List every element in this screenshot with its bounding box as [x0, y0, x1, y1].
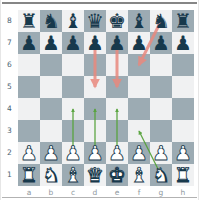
square-e1[interactable]: ♚ — [106, 164, 128, 186]
square-g4[interactable] — [150, 98, 172, 120]
square-d2[interactable]: ♟ — [84, 142, 106, 164]
square-b2[interactable]: ♟ — [40, 142, 62, 164]
rank-label-6: 6 — [1, 54, 18, 76]
square-h3[interactable] — [172, 120, 194, 142]
piece-black-pawn-f7[interactable]: ♟ — [128, 32, 150, 54]
piece-white-pawn-g2[interactable]: ♟ — [150, 142, 172, 164]
piece-white-queen-d1[interactable]: ♛ — [84, 164, 106, 186]
piece-white-knight-b1[interactable]: ♞ — [40, 164, 62, 186]
square-h8[interactable]: ♜ — [172, 10, 194, 32]
square-h1[interactable]: ♜ — [172, 164, 194, 186]
piece-white-bishop-f1[interactable]: ♝ — [128, 164, 150, 186]
square-h6[interactable] — [172, 54, 194, 76]
piece-black-pawn-c7[interactable]: ♟ — [62, 32, 84, 54]
piece-white-pawn-e2[interactable]: ♟ — [106, 142, 128, 164]
piece-white-knight-g1[interactable]: ♞ — [150, 164, 172, 186]
square-h4[interactable] — [172, 98, 194, 120]
square-b7[interactable]: ♟ — [40, 32, 62, 54]
piece-black-pawn-a7[interactable]: ♟ — [18, 32, 40, 54]
square-c3[interactable] — [62, 120, 84, 142]
piece-black-rook-a8[interactable]: ♜ — [18, 10, 40, 32]
square-d8[interactable]: ♛ — [84, 10, 106, 32]
rank-label-2: 2 — [1, 142, 18, 164]
square-d6[interactable] — [84, 54, 106, 76]
square-f6[interactable] — [128, 54, 150, 76]
square-g7[interactable]: ♟ — [150, 32, 172, 54]
square-b5[interactable] — [40, 76, 62, 98]
square-b4[interactable] — [40, 98, 62, 120]
square-h7[interactable]: ♟ — [172, 32, 194, 54]
piece-white-pawn-a2[interactable]: ♟ — [18, 142, 40, 164]
square-e4[interactable] — [106, 98, 128, 120]
piece-black-pawn-g7[interactable]: ♟ — [150, 32, 172, 54]
square-a8[interactable]: ♜ — [18, 10, 40, 32]
piece-white-rook-a1[interactable]: ♜ — [18, 164, 40, 186]
square-f5[interactable] — [128, 76, 150, 98]
square-e5[interactable] — [106, 76, 128, 98]
square-a1[interactable]: ♜ — [18, 164, 40, 186]
square-d1[interactable]: ♛ — [84, 164, 106, 186]
square-g8[interactable]: ♞ — [150, 10, 172, 32]
square-e2[interactable]: ♟ — [106, 142, 128, 164]
square-c2[interactable]: ♟ — [62, 142, 84, 164]
square-g6[interactable] — [150, 54, 172, 76]
square-f2[interactable]: ♟ — [128, 142, 150, 164]
square-f3[interactable] — [128, 120, 150, 142]
piece-black-pawn-b7[interactable]: ♟ — [40, 32, 62, 54]
square-g3[interactable] — [150, 120, 172, 142]
square-a3[interactable] — [18, 120, 40, 142]
rank-label-5: 5 — [1, 76, 18, 98]
square-c6[interactable] — [62, 54, 84, 76]
square-a7[interactable]: ♟ — [18, 32, 40, 54]
square-f1[interactable]: ♝ — [128, 164, 150, 186]
rank-label-8: 8 — [1, 10, 18, 32]
square-d4[interactable] — [84, 98, 106, 120]
square-a6[interactable] — [18, 54, 40, 76]
piece-white-pawn-f2[interactable]: ♟ — [128, 142, 150, 164]
piece-white-pawn-h2[interactable]: ♟ — [172, 142, 194, 164]
piece-black-king-e8[interactable]: ♚ — [106, 10, 128, 32]
piece-black-queen-d8[interactable]: ♛ — [84, 10, 106, 32]
square-c4[interactable] — [62, 98, 84, 120]
square-c8[interactable]: ♝ — [62, 10, 84, 32]
square-b6[interactable] — [40, 54, 62, 76]
piece-black-bishop-c8[interactable]: ♝ — [62, 10, 84, 32]
chess-board-widget: 87654321 ♜♞♝♛♚♝♞♜♟♟♟♟♟♟♟♟♟♟♟♟♟♟♟♟♜♞♝♛♚♝♞… — [0, 0, 199, 200]
square-e8[interactable]: ♚ — [106, 10, 128, 32]
square-b1[interactable]: ♞ — [40, 164, 62, 186]
rank-label-3: 3 — [1, 120, 18, 142]
piece-black-knight-g8[interactable]: ♞ — [150, 10, 172, 32]
square-d3[interactable] — [84, 120, 106, 142]
piece-black-pawn-d7[interactable]: ♟ — [84, 32, 106, 54]
square-g2[interactable]: ♟ — [150, 142, 172, 164]
piece-black-pawn-h7[interactable]: ♟ — [172, 32, 194, 54]
square-d5[interactable] — [84, 76, 106, 98]
square-c7[interactable]: ♟ — [62, 32, 84, 54]
square-c5[interactable] — [62, 76, 84, 98]
square-f8[interactable]: ♝ — [128, 10, 150, 32]
rank-label-4: 4 — [1, 98, 18, 120]
square-e6[interactable] — [106, 54, 128, 76]
square-b3[interactable] — [40, 120, 62, 142]
square-h5[interactable] — [172, 76, 194, 98]
square-g1[interactable]: ♞ — [150, 164, 172, 186]
square-f4[interactable] — [128, 98, 150, 120]
chess-board[interactable]: ♜♞♝♛♚♝♞♜♟♟♟♟♟♟♟♟♟♟♟♟♟♟♟♟♜♞♝♛♚♝♞♜ — [18, 10, 194, 186]
piece-black-bishop-f8[interactable]: ♝ — [128, 10, 150, 32]
piece-white-pawn-b2[interactable]: ♟ — [40, 142, 62, 164]
square-a2[interactable]: ♟ — [18, 142, 40, 164]
square-h2[interactable]: ♟ — [172, 142, 194, 164]
square-g5[interactable] — [150, 76, 172, 98]
square-a4[interactable] — [18, 98, 40, 120]
rank-label-1: 1 — [1, 164, 18, 186]
square-d7[interactable]: ♟ — [84, 32, 106, 54]
rank-labels: 87654321 — [1, 10, 18, 186]
square-b8[interactable]: ♞ — [40, 10, 62, 32]
piece-black-knight-b8[interactable]: ♞ — [40, 10, 62, 32]
piece-white-bishop-c1[interactable]: ♝ — [62, 164, 84, 186]
piece-white-pawn-c2[interactable]: ♟ — [62, 142, 84, 164]
square-e3[interactable] — [106, 120, 128, 142]
rank-label-7: 7 — [1, 32, 18, 54]
piece-white-rook-h1[interactable]: ♜ — [172, 164, 194, 186]
bottom-divider — [2, 197, 197, 198]
piece-black-pawn-e7[interactable]: ♟ — [106, 32, 128, 54]
square-a5[interactable] — [18, 76, 40, 98]
square-f7[interactable]: ♟ — [128, 32, 150, 54]
top-divider — [2, 2, 197, 4]
piece-white-king-e1[interactable]: ♚ — [106, 164, 128, 186]
piece-white-pawn-d2[interactable]: ♟ — [84, 142, 106, 164]
square-e7[interactable]: ♟ — [106, 32, 128, 54]
square-c1[interactable]: ♝ — [62, 164, 84, 186]
piece-black-rook-h8[interactable]: ♜ — [172, 10, 194, 32]
